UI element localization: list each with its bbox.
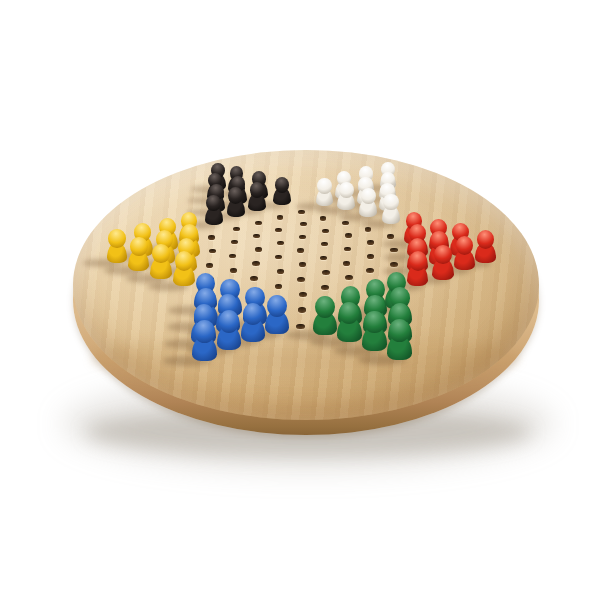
board-hole[interactable] bbox=[253, 234, 260, 239]
peg-red[interactable] bbox=[407, 251, 429, 286]
peg-yellow[interactable] bbox=[173, 251, 195, 286]
peg-head bbox=[219, 310, 239, 333]
board-hole[interactable] bbox=[297, 248, 304, 253]
board-hole[interactable] bbox=[255, 221, 262, 225]
peg-head bbox=[434, 245, 452, 265]
board-hole[interactable] bbox=[277, 215, 284, 219]
peg-head bbox=[175, 251, 193, 271]
board-hole[interactable] bbox=[229, 254, 236, 259]
board-hole[interactable] bbox=[209, 249, 216, 254]
peg-green[interactable] bbox=[313, 296, 337, 335]
peg-head bbox=[315, 296, 335, 318]
peg-white[interactable] bbox=[359, 188, 377, 218]
board-hole[interactable] bbox=[230, 268, 238, 273]
board-hole[interactable] bbox=[298, 210, 305, 214]
peg-blue[interactable] bbox=[192, 320, 217, 361]
peg-white[interactable] bbox=[337, 182, 355, 211]
peg-red[interactable] bbox=[475, 230, 496, 264]
board-hole[interactable] bbox=[300, 222, 307, 226]
board-hole[interactable] bbox=[390, 262, 398, 267]
board-hole[interactable] bbox=[365, 227, 372, 232]
peg-black[interactable] bbox=[227, 187, 245, 217]
peg-head bbox=[130, 237, 147, 256]
product-photo-stage bbox=[0, 0, 600, 600]
board-hole[interactable] bbox=[208, 235, 215, 240]
board-hole[interactable] bbox=[366, 268, 374, 273]
board-hole[interactable] bbox=[342, 221, 349, 225]
peg-head bbox=[477, 230, 494, 249]
peg-blue[interactable] bbox=[217, 310, 242, 350]
board-hole[interactable] bbox=[367, 240, 374, 245]
peg-head bbox=[228, 187, 243, 204]
peg-green[interactable] bbox=[337, 302, 362, 342]
board-hole[interactable] bbox=[275, 228, 282, 233]
peg-blue[interactable] bbox=[241, 303, 266, 343]
peg-yellow[interactable] bbox=[150, 244, 172, 279]
peg-head bbox=[361, 188, 376, 205]
peg-head bbox=[364, 311, 384, 334]
peg-yellow[interactable] bbox=[107, 229, 128, 263]
peg-yellow[interactable] bbox=[128, 237, 149, 271]
board-hole[interactable] bbox=[231, 240, 238, 245]
board-hole[interactable] bbox=[367, 254, 374, 259]
peg-green[interactable] bbox=[362, 311, 387, 351]
board-hole[interactable] bbox=[275, 255, 282, 260]
peg-head bbox=[152, 244, 170, 264]
peg-head bbox=[275, 177, 289, 193]
board-hole[interactable] bbox=[277, 269, 285, 274]
peg-black[interactable] bbox=[205, 195, 224, 225]
board-hole[interactable] bbox=[322, 270, 330, 275]
board-hole[interactable] bbox=[299, 292, 307, 297]
board-hole[interactable] bbox=[206, 263, 214, 268]
board-hole[interactable] bbox=[297, 277, 305, 282]
board-hole[interactable] bbox=[344, 247, 351, 252]
peg-head bbox=[243, 303, 263, 325]
board-hole[interactable] bbox=[299, 262, 307, 267]
peg-head bbox=[383, 194, 398, 211]
peg-blue[interactable] bbox=[265, 295, 289, 334]
board-hole[interactable] bbox=[320, 216, 327, 220]
peg-head bbox=[409, 251, 427, 271]
board-hole[interactable] bbox=[321, 285, 329, 290]
peg-head bbox=[267, 295, 287, 317]
peg-head bbox=[108, 229, 125, 248]
peg-and-hole-layer bbox=[0, 0, 600, 600]
peg-head bbox=[194, 320, 215, 343]
board-hole[interactable] bbox=[250, 276, 258, 281]
board-hole[interactable] bbox=[299, 235, 306, 240]
peg-head bbox=[317, 178, 331, 194]
board-hole[interactable] bbox=[277, 241, 284, 246]
board-hole[interactable] bbox=[320, 256, 327, 261]
board-hole[interactable] bbox=[233, 227, 240, 232]
board-hole[interactable] bbox=[275, 284, 283, 289]
board-hole[interactable] bbox=[298, 307, 306, 313]
peg-head bbox=[389, 319, 410, 342]
peg-black[interactable] bbox=[248, 182, 266, 211]
peg-red[interactable] bbox=[454, 236, 475, 270]
board-hole[interactable] bbox=[390, 248, 397, 253]
board-hole[interactable] bbox=[255, 247, 262, 252]
peg-white[interactable] bbox=[316, 178, 334, 206]
peg-head bbox=[339, 182, 354, 198]
board-hole[interactable] bbox=[322, 229, 329, 234]
peg-green[interactable] bbox=[387, 319, 412, 360]
board-hole[interactable] bbox=[296, 324, 305, 330]
board-hole[interactable] bbox=[321, 242, 328, 247]
peg-red[interactable] bbox=[432, 245, 454, 280]
board-hole[interactable] bbox=[343, 261, 351, 266]
board-hole[interactable] bbox=[345, 233, 352, 238]
board-hole[interactable] bbox=[345, 275, 353, 280]
peg-white[interactable] bbox=[382, 194, 401, 224]
board-hole[interactable] bbox=[387, 234, 394, 239]
board-hole[interactable] bbox=[252, 261, 260, 266]
peg-black[interactable] bbox=[273, 177, 291, 205]
